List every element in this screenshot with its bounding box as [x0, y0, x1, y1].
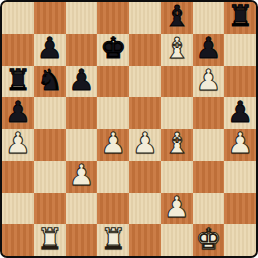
- white-pawn-piece: ♟: [100, 129, 126, 158]
- white-pawn-piece: ♟: [132, 129, 158, 158]
- square-h2[interactable]: [224, 193, 256, 225]
- square-h4[interactable]: ♟: [224, 129, 256, 161]
- black-knight-piece: ♞: [37, 66, 63, 95]
- square-a6[interactable]: ♜: [2, 66, 34, 98]
- square-b8[interactable]: [34, 2, 66, 34]
- square-c6[interactable]: ♟: [66, 66, 98, 98]
- square-c2[interactable]: [66, 193, 98, 225]
- square-e8[interactable]: [129, 2, 161, 34]
- white-pawn-piece: ♟: [5, 129, 31, 158]
- square-f7[interactable]: ♝: [161, 34, 193, 66]
- square-f5[interactable]: [161, 97, 193, 129]
- square-b1[interactable]: ♜: [34, 224, 66, 256]
- square-a8[interactable]: [2, 2, 34, 34]
- square-b7[interactable]: ♟: [34, 34, 66, 66]
- square-d8[interactable]: [97, 2, 129, 34]
- square-d6[interactable]: [97, 66, 129, 98]
- square-g8[interactable]: [193, 2, 225, 34]
- square-f6[interactable]: [161, 66, 193, 98]
- white-pawn-piece: ♟: [195, 66, 221, 95]
- white-bishop-piece: ♝: [164, 34, 190, 63]
- square-b4[interactable]: [34, 129, 66, 161]
- white-rook-piece: ♜: [100, 225, 126, 254]
- black-bishop-piece: ♝: [164, 2, 190, 31]
- square-d2[interactable]: [97, 193, 129, 225]
- square-a1[interactable]: [2, 224, 34, 256]
- square-a7[interactable]: [2, 34, 34, 66]
- square-e5[interactable]: [129, 97, 161, 129]
- black-pawn-piece: ♟: [195, 34, 221, 63]
- square-g4[interactable]: [193, 129, 225, 161]
- square-e7[interactable]: [129, 34, 161, 66]
- square-f4[interactable]: ♝: [161, 129, 193, 161]
- square-a5[interactable]: ♟: [2, 97, 34, 129]
- square-d1[interactable]: ♜: [97, 224, 129, 256]
- square-h3[interactable]: [224, 161, 256, 193]
- square-h8[interactable]: ♜: [224, 2, 256, 34]
- square-c3[interactable]: ♟: [66, 161, 98, 193]
- square-c1[interactable]: [66, 224, 98, 256]
- square-c4[interactable]: [66, 129, 98, 161]
- black-king-piece: ♚: [100, 34, 126, 63]
- square-f8[interactable]: ♝: [161, 2, 193, 34]
- square-d5[interactable]: [97, 97, 129, 129]
- square-f1[interactable]: [161, 224, 193, 256]
- square-d3[interactable]: [97, 161, 129, 193]
- square-g1[interactable]: ♚: [193, 224, 225, 256]
- white-king-piece: ♚: [195, 225, 221, 254]
- square-h7[interactable]: [224, 34, 256, 66]
- black-pawn-piece: ♟: [227, 98, 253, 127]
- square-b5[interactable]: [34, 97, 66, 129]
- square-e3[interactable]: [129, 161, 161, 193]
- square-b3[interactable]: [34, 161, 66, 193]
- square-b2[interactable]: [34, 193, 66, 225]
- square-e6[interactable]: [129, 66, 161, 98]
- square-g7[interactable]: ♟: [193, 34, 225, 66]
- square-g2[interactable]: [193, 193, 225, 225]
- square-g6[interactable]: ♟: [193, 66, 225, 98]
- square-h5[interactable]: ♟: [224, 97, 256, 129]
- black-rook-piece: ♜: [227, 2, 253, 31]
- square-e1[interactable]: [129, 224, 161, 256]
- square-a2[interactable]: [2, 193, 34, 225]
- white-bishop-piece: ♝: [164, 129, 190, 158]
- square-b6[interactable]: ♞: [34, 66, 66, 98]
- black-pawn-piece: ♟: [37, 34, 63, 63]
- square-g5[interactable]: [193, 97, 225, 129]
- chess-board: ♝♜♟♚♝♟♜♞♟♟♟♟♟♟♟♝♟♟♟♜♜♚: [2, 2, 256, 256]
- square-c8[interactable]: [66, 2, 98, 34]
- chess-board-frame: ♝♜♟♚♝♟♜♞♟♟♟♟♟♟♟♝♟♟♟♜♜♚: [0, 0, 258, 258]
- white-pawn-piece: ♟: [164, 193, 190, 222]
- square-a4[interactable]: ♟: [2, 129, 34, 161]
- square-h6[interactable]: [224, 66, 256, 98]
- square-e2[interactable]: [129, 193, 161, 225]
- square-a3[interactable]: [2, 161, 34, 193]
- square-f2[interactable]: ♟: [161, 193, 193, 225]
- square-e4[interactable]: ♟: [129, 129, 161, 161]
- square-d7[interactable]: ♚: [97, 34, 129, 66]
- white-rook-piece: ♜: [37, 225, 63, 254]
- black-pawn-piece: ♟: [68, 66, 94, 95]
- square-g3[interactable]: [193, 161, 225, 193]
- square-c5[interactable]: [66, 97, 98, 129]
- white-pawn-piece: ♟: [227, 129, 253, 158]
- white-pawn-piece: ♟: [68, 161, 94, 190]
- square-c7[interactable]: [66, 34, 98, 66]
- black-pawn-piece: ♟: [5, 98, 31, 127]
- black-rook-piece: ♜: [5, 66, 31, 95]
- square-d4[interactable]: ♟: [97, 129, 129, 161]
- square-f3[interactable]: [161, 161, 193, 193]
- square-h1[interactable]: [224, 224, 256, 256]
